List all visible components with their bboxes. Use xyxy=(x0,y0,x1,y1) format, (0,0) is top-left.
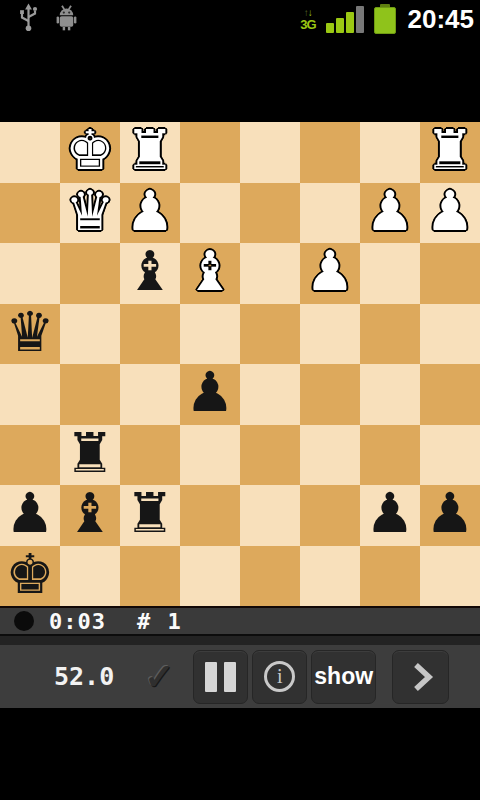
piece-bK-a1[interactable]: ♚ xyxy=(0,546,60,607)
square-f7[interactable] xyxy=(300,183,360,244)
square-b2[interactable]: ♝ xyxy=(60,485,120,546)
square-b4[interactable] xyxy=(60,364,120,425)
engine-toolbar: 52.0 ✓ i show xyxy=(0,645,480,708)
top-black-area xyxy=(0,38,480,122)
turn-indicator-black xyxy=(14,611,34,631)
square-c4[interactable] xyxy=(120,364,180,425)
info-icon: i xyxy=(264,661,295,692)
chevron-right-icon xyxy=(408,658,434,696)
piece-wB-d6[interactable]: ♝ xyxy=(180,243,240,304)
usb-icon xyxy=(16,2,41,36)
status-bar: ↑↓ 3G 20:45 xyxy=(0,0,480,38)
piece-bR-b3[interactable]: ♜ xyxy=(60,425,120,486)
square-e8[interactable] xyxy=(240,122,300,183)
piece-wR-c8[interactable]: ♜ xyxy=(120,122,180,183)
square-a5[interactable]: ♛ xyxy=(0,304,60,365)
square-e5[interactable] xyxy=(240,304,300,365)
move-number: # 1 xyxy=(137,609,183,634)
square-a1[interactable]: ♚ xyxy=(0,546,60,607)
toolbar-divider xyxy=(0,636,480,645)
square-e3[interactable] xyxy=(240,425,300,486)
square-e6[interactable] xyxy=(240,243,300,304)
square-e1[interactable] xyxy=(240,546,300,607)
square-c8[interactable]: ♜ xyxy=(120,122,180,183)
move-clock: 0:03 xyxy=(49,609,106,634)
piece-bP-g2[interactable]: ♟ xyxy=(360,485,420,546)
square-h2[interactable]: ♟ xyxy=(420,485,480,546)
piece-bB-c6[interactable]: ♝ xyxy=(120,243,180,304)
square-b7[interactable]: ♛ xyxy=(60,183,120,244)
square-f1[interactable] xyxy=(300,546,360,607)
square-a8[interactable] xyxy=(0,122,60,183)
engine-value: 52.0 xyxy=(54,662,114,691)
piece-wP-f6[interactable]: ♟ xyxy=(300,243,360,304)
square-d7[interactable] xyxy=(180,183,240,244)
status-clock: 20:45 xyxy=(408,4,475,35)
square-f3[interactable] xyxy=(300,425,360,486)
check-icon: ✓ xyxy=(138,656,180,698)
square-b5[interactable] xyxy=(60,304,120,365)
square-a7[interactable] xyxy=(0,183,60,244)
square-d8[interactable] xyxy=(180,122,240,183)
square-d3[interactable] xyxy=(180,425,240,486)
square-h3[interactable] xyxy=(420,425,480,486)
network-type-label: 3G xyxy=(300,18,315,31)
square-a6[interactable] xyxy=(0,243,60,304)
piece-wP-h7[interactable]: ♟ xyxy=(420,183,480,244)
square-d1[interactable] xyxy=(180,546,240,607)
bottom-black-area xyxy=(0,708,480,800)
square-g2[interactable]: ♟ xyxy=(360,485,420,546)
square-f6[interactable]: ♟ xyxy=(300,243,360,304)
square-f5[interactable] xyxy=(300,304,360,365)
square-e2[interactable] xyxy=(240,485,300,546)
mobile-data-3g-icon: ↑↓ 3G xyxy=(300,8,315,31)
square-c1[interactable] xyxy=(120,546,180,607)
piece-bB-b2[interactable]: ♝ xyxy=(60,485,120,546)
square-g3[interactable] xyxy=(360,425,420,486)
piece-bP-d4[interactable]: ♟ xyxy=(180,364,240,425)
signal-strength-icon xyxy=(326,5,364,33)
square-f2[interactable] xyxy=(300,485,360,546)
square-a3[interactable] xyxy=(0,425,60,486)
square-c7[interactable]: ♟ xyxy=(120,183,180,244)
square-f8[interactable] xyxy=(300,122,360,183)
square-e7[interactable] xyxy=(240,183,300,244)
square-g4[interactable] xyxy=(360,364,420,425)
square-a2[interactable]: ♟ xyxy=(0,485,60,546)
square-c3[interactable] xyxy=(120,425,180,486)
square-b3[interactable]: ♜ xyxy=(60,425,120,486)
info-button[interactable]: i xyxy=(252,650,307,704)
show-button[interactable]: show xyxy=(311,650,376,704)
piece-wP-g7[interactable]: ♟ xyxy=(360,183,420,244)
square-c5[interactable] xyxy=(120,304,180,365)
piece-wK-b8[interactable]: ♚ xyxy=(60,122,120,183)
piece-wP-c7[interactable]: ♟ xyxy=(120,183,180,244)
square-h4[interactable] xyxy=(420,364,480,425)
piece-bP-h2[interactable]: ♟ xyxy=(420,485,480,546)
piece-bR-c2[interactable]: ♜ xyxy=(120,485,180,546)
square-h6[interactable] xyxy=(420,243,480,304)
square-h8[interactable]: ♜ xyxy=(420,122,480,183)
square-b1[interactable] xyxy=(60,546,120,607)
square-g7[interactable]: ♟ xyxy=(360,183,420,244)
pause-icon xyxy=(205,662,236,692)
piece-wR-h8[interactable]: ♜ xyxy=(420,122,480,183)
square-a4[interactable] xyxy=(0,364,60,425)
chess-board[interactable]: ♚♜♜♛♟♟♟♝♝♟♛♟♜♟♝♜♟♟♚ xyxy=(0,122,480,606)
battery-icon xyxy=(374,7,396,34)
square-c6[interactable]: ♝ xyxy=(120,243,180,304)
square-g5[interactable] xyxy=(360,304,420,365)
square-d5[interactable] xyxy=(180,304,240,365)
square-g1[interactable] xyxy=(360,546,420,607)
pause-button[interactable] xyxy=(193,650,248,704)
square-b6[interactable] xyxy=(60,243,120,304)
square-h7[interactable]: ♟ xyxy=(420,183,480,244)
show-button-label: show xyxy=(314,663,373,690)
next-button[interactable] xyxy=(392,650,449,704)
square-d4[interactable]: ♟ xyxy=(180,364,240,425)
square-d2[interactable] xyxy=(180,485,240,546)
square-d6[interactable]: ♝ xyxy=(180,243,240,304)
square-h5[interactable] xyxy=(420,304,480,365)
piece-bQ-a5[interactable]: ♛ xyxy=(0,304,60,365)
square-c2[interactable]: ♜ xyxy=(120,485,180,546)
piece-wQ-b7[interactable]: ♛ xyxy=(60,183,120,244)
square-g6[interactable] xyxy=(360,243,420,304)
square-f4[interactable] xyxy=(300,364,360,425)
square-g8[interactable] xyxy=(360,122,420,183)
square-e4[interactable] xyxy=(240,364,300,425)
move-status-bar: 0:03 # 1 xyxy=(0,606,480,636)
data-down-arrow: ↓ xyxy=(308,7,312,18)
piece-bP-a2[interactable]: ♟ xyxy=(0,485,60,546)
square-h1[interactable] xyxy=(420,546,480,607)
square-b8[interactable]: ♚ xyxy=(60,122,120,183)
adb-debug-icon xyxy=(53,4,80,35)
